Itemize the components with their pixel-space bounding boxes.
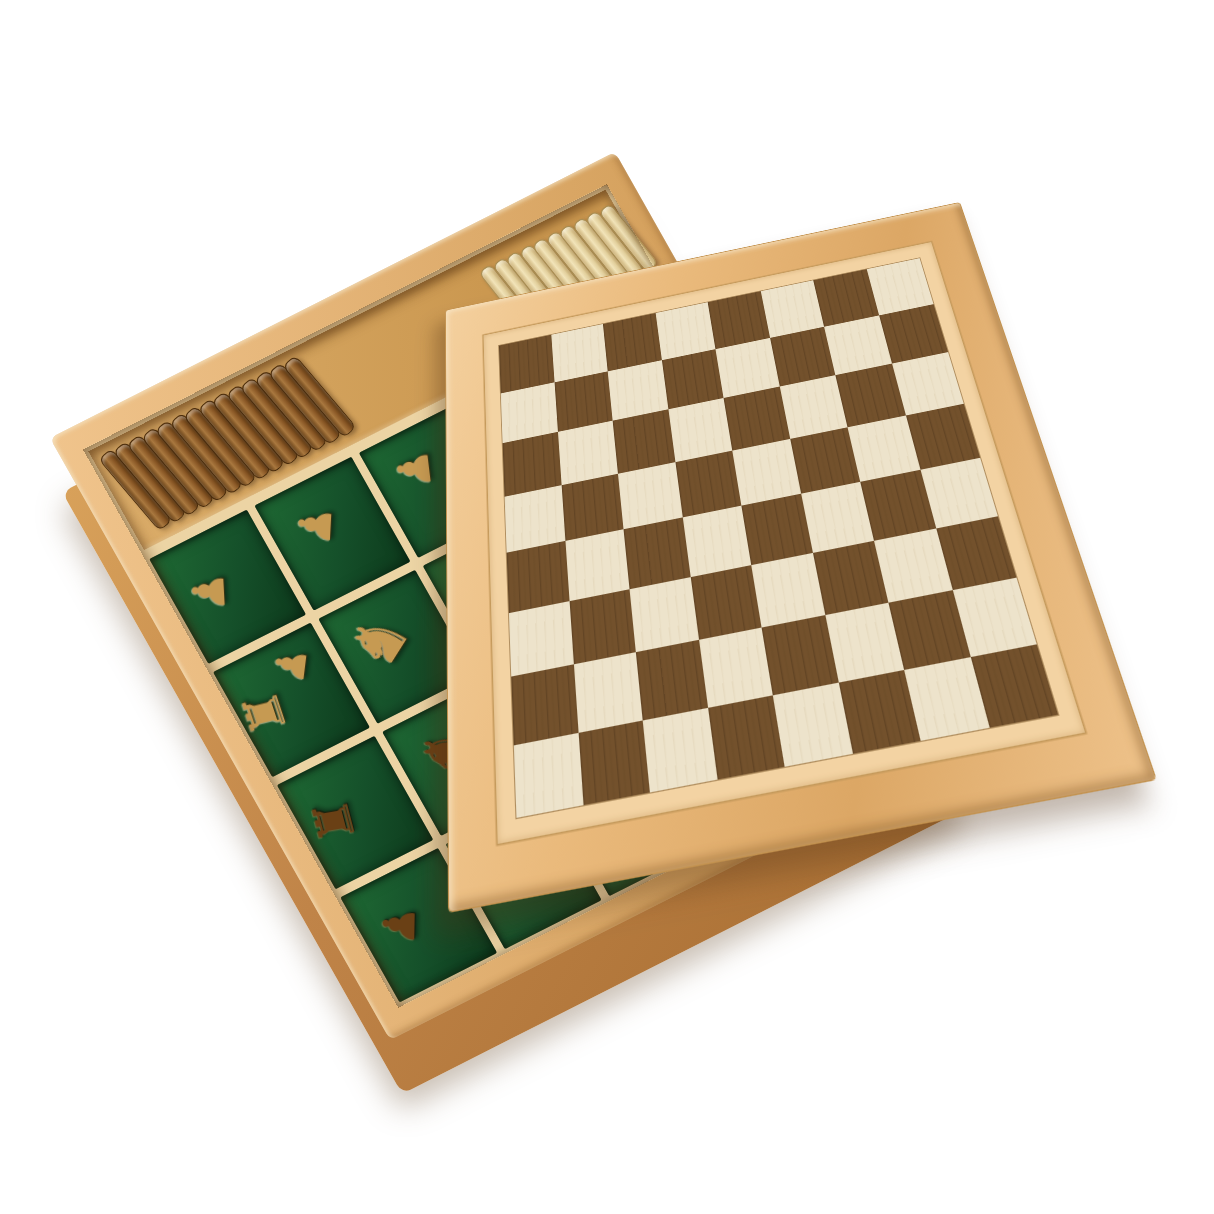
- board-square: [708, 695, 785, 780]
- piece-dark-pawn: ♟: [378, 903, 423, 948]
- piece-light-pawn: ♟: [186, 570, 232, 612]
- board-square: [573, 652, 642, 732]
- chess-board: [445, 202, 1157, 913]
- board-square: [699, 628, 773, 708]
- piece-light-pawn: ♟: [268, 642, 312, 686]
- piece-light-pawn: ♟: [390, 448, 438, 489]
- piece-light-pawn: ♟: [293, 502, 339, 548]
- piece-dark-rook: ♜: [304, 794, 364, 847]
- piece-light-rook: ♜: [234, 685, 296, 741]
- board-square: [511, 664, 578, 744]
- board-square: [514, 732, 583, 817]
- board-square: [643, 707, 717, 792]
- board-square: [578, 720, 650, 805]
- scene: ♟♟♟♜♟♞♛♜♞♝♟♟: [0, 0, 1214, 1214]
- piece-light-knight: ♞: [338, 600, 420, 682]
- board-square: [636, 640, 708, 720]
